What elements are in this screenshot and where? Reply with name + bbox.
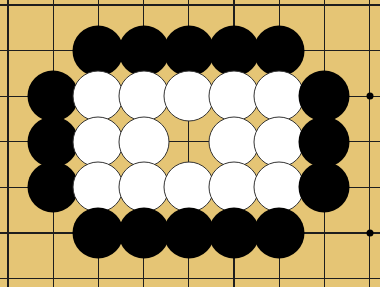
grid-line-horizontal-7 — [0, 278, 380, 279]
black-stone — [163, 208, 214, 259]
star-point — [366, 230, 373, 237]
white-stone — [73, 71, 124, 122]
black-stone — [163, 25, 214, 76]
black-stone — [254, 25, 305, 76]
black-stone — [73, 208, 124, 259]
grid-line-vertical-9 — [369, 0, 370, 287]
white-stone — [163, 71, 214, 122]
black-stone — [209, 25, 260, 76]
white-stone — [209, 116, 260, 167]
white-stone — [209, 71, 260, 122]
star-point — [366, 93, 373, 100]
white-stone — [118, 116, 169, 167]
white-stone — [118, 71, 169, 122]
go-board — [0, 0, 380, 287]
black-stone — [28, 116, 79, 167]
black-stone — [209, 208, 260, 259]
black-stone — [299, 71, 350, 122]
black-stone — [28, 71, 79, 122]
white-stone — [209, 162, 260, 213]
black-stone — [299, 116, 350, 167]
black-stone — [118, 208, 169, 259]
white-stone — [163, 162, 214, 213]
black-stone — [254, 208, 305, 259]
black-stone — [28, 162, 79, 213]
white-stone — [118, 162, 169, 213]
white-stone — [254, 116, 305, 167]
black-stone — [299, 162, 350, 213]
grid-line-vertical-1 — [7, 0, 8, 287]
black-stone — [73, 25, 124, 76]
white-stone — [73, 116, 124, 167]
white-stone — [73, 162, 124, 213]
white-stone — [254, 162, 305, 213]
white-stone — [254, 71, 305, 122]
black-stone — [118, 25, 169, 76]
grid-line-horizontal-1 — [0, 4, 380, 5]
